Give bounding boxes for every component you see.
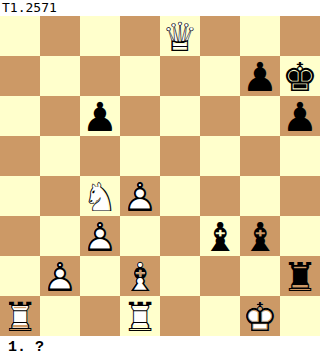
square-a7[interactable] xyxy=(0,56,40,96)
square-c1[interactable] xyxy=(80,296,120,336)
square-c7[interactable] xyxy=(80,56,120,96)
black-bishop[interactable]: ♝ xyxy=(200,216,240,256)
square-c5[interactable] xyxy=(80,136,120,176)
square-e8[interactable]: ♛♕ xyxy=(160,16,200,56)
white-pawn[interactable]: ♙ xyxy=(40,256,80,296)
white-queen[interactable]: ♕ xyxy=(160,16,200,56)
square-b2[interactable]: ♟♙ xyxy=(40,256,80,296)
square-c2[interactable] xyxy=(80,256,120,296)
square-h2[interactable]: ♜ xyxy=(280,256,320,296)
white-knight[interactable]: ♘ xyxy=(80,176,120,216)
square-e1[interactable] xyxy=(160,296,200,336)
square-c8[interactable] xyxy=(80,16,120,56)
black-pawn[interactable]: ♟ xyxy=(280,96,320,136)
square-f8[interactable] xyxy=(200,16,240,56)
square-c3[interactable]: ♟♙ xyxy=(80,216,120,256)
square-e6[interactable] xyxy=(160,96,200,136)
black-pawn[interactable]: ♟ xyxy=(80,96,120,136)
square-a6[interactable] xyxy=(0,96,40,136)
square-d1[interactable]: ♜♖ xyxy=(120,296,160,336)
square-d8[interactable] xyxy=(120,16,160,56)
square-f3[interactable]: ♝ xyxy=(200,216,240,256)
square-a4[interactable] xyxy=(0,176,40,216)
white-pawn[interactable]: ♙ xyxy=(80,216,120,256)
square-b8[interactable] xyxy=(40,16,80,56)
white-rook[interactable]: ♖ xyxy=(120,296,160,336)
square-f6[interactable] xyxy=(200,96,240,136)
white-bishop[interactable]: ♗ xyxy=(120,256,160,296)
square-h8[interactable] xyxy=(280,16,320,56)
square-b7[interactable] xyxy=(40,56,80,96)
square-a2[interactable] xyxy=(0,256,40,296)
square-a3[interactable] xyxy=(0,216,40,256)
chess-board: ♛♕♟♚♟♟♞♘♟♙♟♙♝♝♟♙♝♗♜♜♖♜♖♚♔ xyxy=(0,16,320,336)
square-g4[interactable] xyxy=(240,176,280,216)
square-f4[interactable] xyxy=(200,176,240,216)
square-b5[interactable] xyxy=(40,136,80,176)
square-b1[interactable] xyxy=(40,296,80,336)
square-d7[interactable] xyxy=(120,56,160,96)
square-b4[interactable] xyxy=(40,176,80,216)
square-e2[interactable] xyxy=(160,256,200,296)
square-c6[interactable]: ♟ xyxy=(80,96,120,136)
square-f1[interactable] xyxy=(200,296,240,336)
square-e5[interactable] xyxy=(160,136,200,176)
black-bishop[interactable]: ♝ xyxy=(240,216,280,256)
square-g2[interactable] xyxy=(240,256,280,296)
square-g1[interactable]: ♚♔ xyxy=(240,296,280,336)
black-pawn[interactable]: ♟ xyxy=(240,56,280,96)
square-g3[interactable]: ♝ xyxy=(240,216,280,256)
square-a1[interactable]: ♜♖ xyxy=(0,296,40,336)
chess-puzzle-app: T1.2571 ♛♕♟♚♟♟♞♘♟♙♟♙♝♝♟♙♝♗♜♜♖♜♖♚♔ 1. ? xyxy=(0,0,320,360)
white-king[interactable]: ♔ xyxy=(240,296,280,336)
square-h4[interactable] xyxy=(280,176,320,216)
white-pawn[interactable]: ♙ xyxy=(120,176,160,216)
black-king[interactable]: ♚ xyxy=(280,56,320,96)
white-rook[interactable]: ♖ xyxy=(0,296,40,336)
square-g8[interactable] xyxy=(240,16,280,56)
square-h1[interactable] xyxy=(280,296,320,336)
square-d2[interactable]: ♝♗ xyxy=(120,256,160,296)
square-d4[interactable]: ♟♙ xyxy=(120,176,160,216)
square-d5[interactable] xyxy=(120,136,160,176)
square-b3[interactable] xyxy=(40,216,80,256)
square-h3[interactable] xyxy=(280,216,320,256)
square-a5[interactable] xyxy=(0,136,40,176)
puzzle-title: T1.2571 xyxy=(0,0,320,16)
square-g6[interactable] xyxy=(240,96,280,136)
square-h6[interactable]: ♟ xyxy=(280,96,320,136)
square-h7[interactable]: ♚ xyxy=(280,56,320,96)
square-f7[interactable] xyxy=(200,56,240,96)
square-d3[interactable] xyxy=(120,216,160,256)
square-f2[interactable] xyxy=(200,256,240,296)
square-e3[interactable] xyxy=(160,216,200,256)
square-f5[interactable] xyxy=(200,136,240,176)
square-d6[interactable] xyxy=(120,96,160,136)
square-g7[interactable]: ♟ xyxy=(240,56,280,96)
square-c4[interactable]: ♞♘ xyxy=(80,176,120,216)
square-a8[interactable] xyxy=(0,16,40,56)
square-g5[interactable] xyxy=(240,136,280,176)
square-e7[interactable] xyxy=(160,56,200,96)
square-h5[interactable] xyxy=(280,136,320,176)
black-rook[interactable]: ♜ xyxy=(280,256,320,296)
square-b6[interactable] xyxy=(40,96,80,136)
square-e4[interactable] xyxy=(160,176,200,216)
